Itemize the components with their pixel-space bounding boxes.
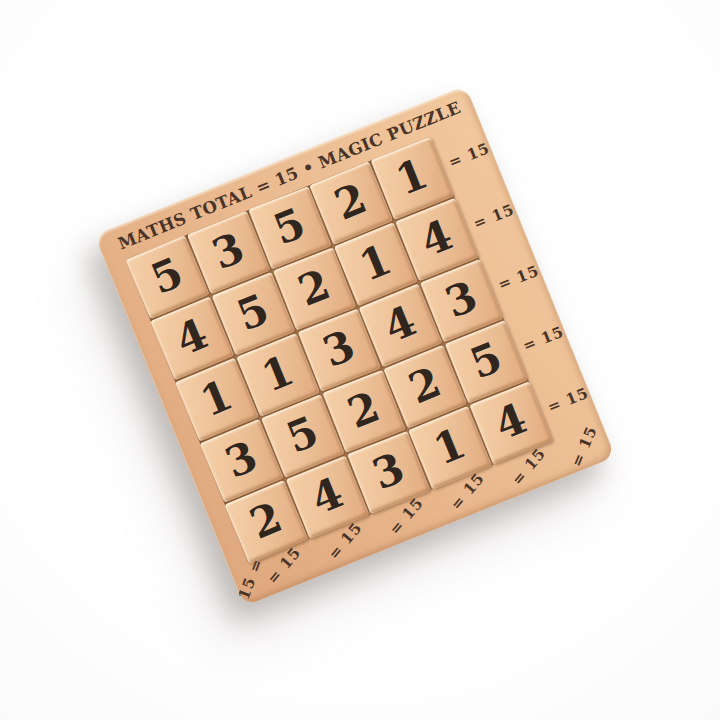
tile-number: 4: [415, 214, 458, 264]
tile-number: 3: [207, 227, 250, 277]
tile-number: 5: [146, 251, 189, 301]
tile-number: 5: [465, 336, 508, 386]
tile-number: 5: [268, 202, 311, 252]
diagonal-sum-label-bottom-left: 15 =: [234, 554, 267, 603]
tile-number: 1: [195, 374, 238, 424]
tile-number: 2: [403, 361, 446, 411]
product-photo-background: MATHS TOTAL = 15 • MAGIC PUZZLE 53521452…: [0, 0, 720, 720]
tile-number: 3: [440, 275, 483, 325]
tile-number: 4: [170, 312, 213, 362]
tile-number: 1: [256, 349, 299, 399]
tile-number: 3: [318, 324, 361, 374]
tile-number: 5: [281, 410, 324, 460]
puzzle-board: MATHS TOTAL = 15 • MAGIC PUZZLE 53521452…: [95, 86, 616, 607]
tile-number: 2: [245, 496, 288, 546]
tile-number: 1: [428, 422, 471, 472]
tile-number: 4: [490, 397, 533, 447]
tile-number: 4: [306, 471, 349, 521]
tile-number: 3: [220, 435, 263, 485]
tile-number: 2: [329, 177, 372, 227]
row-sum-label: = 15: [471, 200, 517, 233]
row-sum-label: = 15: [520, 323, 566, 356]
row-sum-label: = 15: [545, 384, 591, 417]
diagonal-sum-label-bottom-right: = 15: [567, 422, 602, 471]
tile-number: 1: [354, 238, 397, 288]
tile-number: 1: [391, 152, 434, 202]
tile-number: 3: [367, 447, 410, 497]
tile-number: 5: [232, 288, 275, 338]
row-sum-label: = 15: [446, 139, 492, 172]
tile-number: 2: [293, 263, 336, 313]
tile-number: 4: [379, 300, 422, 350]
row-sum-label: = 15: [496, 261, 542, 294]
tile-number: 2: [342, 386, 385, 436]
